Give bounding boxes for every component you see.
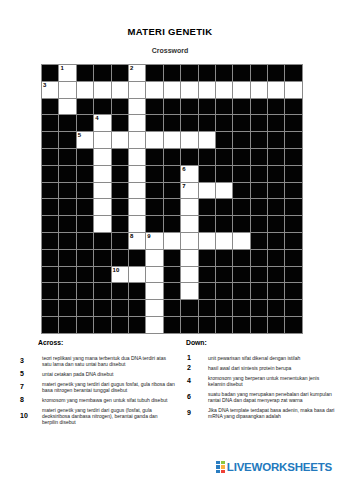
block-cell (216, 132, 232, 148)
block-cell (164, 115, 180, 131)
block-cell (285, 183, 301, 199)
letter-cell[interactable] (146, 267, 162, 283)
block-cell (268, 216, 284, 232)
block-cell (164, 65, 180, 81)
block-cell (251, 233, 267, 249)
block-cell (42, 267, 58, 283)
letter-cell[interactable] (199, 183, 215, 199)
block-cell (129, 317, 145, 333)
letter-cell[interactable] (146, 317, 162, 333)
block-cell (216, 267, 232, 283)
down-clue-6: 6suatu badan yang merupakan penebalan da… (183, 391, 335, 403)
block-cell (268, 65, 284, 81)
letter-cell[interactable] (129, 216, 145, 232)
block-cell (129, 283, 145, 299)
across-clue-10: 10materi genetik yang terdiri dari gugus… (18, 407, 175, 425)
block-cell (268, 115, 284, 131)
clue-list-number: 7 (18, 384, 42, 390)
letter-cell[interactable] (216, 82, 232, 98)
block-cell (181, 300, 197, 316)
block-cell (199, 166, 215, 182)
letter-cell[interactable] (216, 233, 232, 249)
block-cell (285, 115, 301, 131)
block-cell (164, 317, 180, 333)
block-cell (112, 250, 128, 266)
block-cell (42, 199, 58, 215)
block-cell (77, 250, 93, 266)
letter-cell[interactable] (129, 199, 145, 215)
block-cell (285, 65, 301, 81)
block-cell (129, 300, 145, 316)
block-cell (146, 199, 162, 215)
block-cell (164, 216, 180, 232)
page-title: MATERI GENETIK (0, 26, 340, 37)
letter-cell[interactable] (129, 183, 145, 199)
block-cell (146, 183, 162, 199)
letter-cell[interactable] (199, 233, 215, 249)
block-cell (42, 166, 58, 182)
down-clue-4: 4kromosom yang berperan untuk menentukan… (183, 375, 335, 387)
clue-number: 9 (147, 233, 150, 240)
clue-number: 3 (43, 82, 46, 89)
block-cell (42, 317, 58, 333)
block-cell (216, 283, 232, 299)
letter-cell[interactable] (94, 166, 110, 182)
block-cell (112, 183, 128, 199)
letter-cell[interactable]: 7 (181, 183, 197, 199)
block-cell (216, 199, 232, 215)
block-cell (233, 115, 249, 131)
block-cell (233, 132, 249, 148)
block-cell (285, 149, 301, 165)
block-cell (59, 300, 75, 316)
block-cell (268, 132, 284, 148)
clue-list-number: 10 (18, 413, 42, 419)
letter-cell[interactable] (216, 183, 232, 199)
block-cell (251, 199, 267, 215)
block-cell (59, 233, 75, 249)
letter-cell[interactable] (129, 267, 145, 283)
block-cell (77, 233, 93, 249)
letter-cell[interactable]: 2 (129, 65, 145, 81)
letter-cell[interactable] (146, 300, 162, 316)
block-cell (233, 166, 249, 182)
letter-cell[interactable] (112, 82, 128, 98)
block-cell (181, 99, 197, 115)
block-cell (251, 216, 267, 232)
block-cell (268, 267, 284, 283)
block-cell (42, 132, 58, 148)
block-cell (94, 250, 110, 266)
block-cell (251, 99, 267, 115)
block-cell (199, 317, 215, 333)
letter-cell[interactable] (112, 132, 128, 148)
letter-cell[interactable] (94, 183, 110, 199)
block-cell (77, 317, 93, 333)
crossword-grid: 12345678910 (41, 64, 303, 334)
block-cell (112, 115, 128, 131)
block-cell (59, 317, 75, 333)
block-cell (199, 115, 215, 131)
letter-cell[interactable]: 6 (181, 166, 197, 182)
letter-cell[interactable] (94, 132, 110, 148)
letter-cell[interactable] (199, 132, 215, 148)
letter-cell[interactable] (181, 82, 197, 98)
clue-list-number: 3 (18, 358, 42, 364)
block-cell (216, 99, 232, 115)
block-cell (164, 99, 180, 115)
block-cell (77, 283, 93, 299)
block-cell (164, 283, 180, 299)
block-cell (199, 99, 215, 115)
block-cell (59, 132, 75, 148)
block-cell (199, 216, 215, 232)
block-cell (233, 300, 249, 316)
letter-cell[interactable] (77, 82, 93, 98)
clue-list-number: 1 (183, 355, 208, 361)
block-cell (268, 99, 284, 115)
across-header: Across: (38, 340, 175, 346)
block-cell (112, 300, 128, 316)
block-cell (146, 115, 162, 131)
block-cell (59, 216, 75, 232)
block-cell (112, 233, 128, 249)
letter-cell[interactable] (94, 199, 110, 215)
block-cell (216, 149, 232, 165)
block-cell (233, 250, 249, 266)
block-cell (268, 166, 284, 182)
block-cell (268, 283, 284, 299)
block-cell (59, 183, 75, 199)
across-clue-7: 7materi genetik yang terdiri dari gugus … (18, 381, 175, 393)
block-cell (251, 115, 267, 131)
clue-list-number: 9 (183, 410, 208, 416)
clue-text: materi genetik yang terdiri dari gugus f… (42, 381, 175, 393)
logo-tile (216, 465, 220, 469)
block-cell (77, 300, 93, 316)
block-cell (129, 250, 145, 266)
block-cell (94, 65, 110, 81)
block-cell (112, 317, 128, 333)
letter-cell[interactable] (164, 233, 180, 249)
across-clue-3: 3teori replikasi yang mana terbentuk dua… (18, 355, 175, 367)
block-cell (268, 300, 284, 316)
block-cell (233, 216, 249, 232)
letter-cell[interactable] (251, 82, 267, 98)
block-cell (59, 166, 75, 182)
letter-cell[interactable] (129, 132, 145, 148)
clue-number: 6 (182, 166, 185, 173)
block-cell (42, 250, 58, 266)
liveworksheets-logo-text: LIVEWORKSHEETS (227, 461, 332, 473)
letter-cell[interactable] (268, 82, 284, 98)
block-cell (77, 115, 93, 131)
block-cell (77, 216, 93, 232)
block-cell (112, 216, 128, 232)
liveworksheets-icon (216, 461, 225, 474)
block-cell (181, 317, 197, 333)
block-cell (216, 250, 232, 266)
clue-list-number: 8 (18, 397, 42, 403)
block-cell (146, 65, 162, 81)
clue-text: hasil awal dari sintesis protein berupa (208, 365, 335, 371)
letter-cell[interactable] (94, 149, 110, 165)
block-cell (285, 250, 301, 266)
block-cell (59, 199, 75, 215)
letter-cell[interactable]: 10 (112, 267, 128, 283)
letter-cell[interactable] (181, 267, 197, 283)
block-cell (285, 166, 301, 182)
logo-tile (221, 461, 225, 465)
letter-cell[interactable]: 1 (59, 65, 75, 81)
down-clue-1: 1unit pewarisan sifat dikenal dengan ist… (183, 355, 335, 361)
down-header: Down: (186, 340, 335, 346)
clue-number: 10 (113, 267, 120, 274)
block-cell (77, 65, 93, 81)
letter-cell[interactable]: 9 (146, 233, 162, 249)
clue-number: 8 (130, 233, 133, 240)
block-cell (59, 250, 75, 266)
letter-cell[interactable] (233, 233, 249, 249)
letter-cell[interactable] (285, 82, 301, 98)
block-cell (216, 317, 232, 333)
down-clue-list: 1unit pewarisan sifat dikenal dengan ist… (183, 355, 335, 419)
clue-number: 7 (182, 183, 185, 190)
clue-text: suatu badan yang merupakan penebalan dar… (208, 391, 335, 403)
page-subtitle: Crossword (0, 47, 340, 54)
block-cell (233, 183, 249, 199)
block-cell (146, 99, 162, 115)
block-cell (285, 132, 301, 148)
block-cell (94, 99, 110, 115)
block-cell (42, 300, 58, 316)
clue-number: 5 (78, 132, 81, 139)
clue-text: Jika DNA template terdapat basa adenin, … (208, 407, 335, 419)
letter-cell[interactable] (181, 250, 197, 266)
letter-cell[interactable]: 3 (42, 82, 58, 98)
block-cell (94, 267, 110, 283)
down-clues-section: Down: 1unit pewarisan sifat dikenal deng… (183, 340, 335, 423)
letter-cell[interactable] (129, 82, 145, 98)
block-cell (94, 283, 110, 299)
down-clue-9: 9Jika DNA template terdapat basa adenin,… (183, 407, 335, 419)
letter-cell[interactable] (129, 166, 145, 182)
logo-tile (221, 465, 225, 469)
letter-cell[interactable] (146, 82, 162, 98)
block-cell (42, 233, 58, 249)
clue-text: untai cetakan pada DNA disebut (42, 371, 175, 377)
clue-text: kromosom yang berperan untuk menentukan … (208, 375, 335, 387)
block-cell (216, 300, 232, 316)
block-cell (42, 183, 58, 199)
clue-number: 2 (130, 65, 133, 72)
block-cell (42, 283, 58, 299)
clue-text: teori replikasi yang mana terbentuk dua … (42, 355, 175, 367)
letter-cell[interactable]: 5 (77, 132, 93, 148)
letter-cell[interactable] (129, 149, 145, 165)
block-cell (199, 267, 215, 283)
block-cell (251, 132, 267, 148)
block-cell (233, 317, 249, 333)
clue-list-number: 6 (183, 394, 208, 400)
letter-cell[interactable] (94, 216, 110, 232)
block-cell (268, 250, 284, 266)
block-cell (181, 65, 197, 81)
block-cell (233, 199, 249, 215)
across-clue-list: 3teori replikasi yang mana terbentuk dua… (18, 355, 175, 425)
block-cell (146, 166, 162, 182)
across-clue-5: 5untai cetakan pada DNA disebut (18, 371, 175, 377)
letter-cell[interactable]: 8 (129, 233, 145, 249)
logo-tile (216, 470, 220, 474)
clue-text: unit pewarisan sifat dikenal dengan isti… (208, 355, 335, 361)
block-cell (268, 183, 284, 199)
block-cell (59, 115, 75, 131)
block-cell (146, 216, 162, 232)
block-cell (233, 149, 249, 165)
block-cell (112, 166, 128, 182)
letter-cell[interactable] (233, 82, 249, 98)
letter-cell[interactable] (181, 233, 197, 249)
block-cell (199, 199, 215, 215)
letter-cell[interactable] (181, 199, 197, 215)
block-cell (251, 183, 267, 199)
block-cell (199, 149, 215, 165)
block-cell (268, 317, 284, 333)
letter-cell[interactable] (181, 216, 197, 232)
clue-list-number: 2 (183, 365, 208, 371)
block-cell (199, 300, 215, 316)
letter-cell[interactable]: 4 (94, 115, 110, 131)
block-cell (59, 283, 75, 299)
block-cell (216, 216, 232, 232)
letter-cell[interactable] (129, 115, 145, 131)
clue-text: kromosom yang membawa gen untuk sifat tu… (42, 397, 175, 403)
block-cell (233, 65, 249, 81)
block-cell (42, 99, 58, 115)
liveworksheets-logo[interactable]: LIVEWORKSHEETS (216, 461, 332, 474)
block-cell (216, 65, 232, 81)
block-cell (42, 65, 58, 81)
across-clues-section: Across: 3teori replikasi yang mana terbe… (18, 340, 175, 429)
block-cell (285, 283, 301, 299)
block-cell (233, 99, 249, 115)
block-cell (59, 267, 75, 283)
block-cell (112, 99, 128, 115)
block-cell (268, 199, 284, 215)
letter-cell[interactable] (146, 283, 162, 299)
block-cell (233, 267, 249, 283)
block-cell (285, 199, 301, 215)
logo-tile (221, 470, 225, 474)
letter-cell[interactable] (59, 82, 75, 98)
letter-cell[interactable] (181, 132, 197, 148)
block-cell (42, 149, 58, 165)
clue-number: 4 (95, 115, 98, 122)
block-cell (199, 283, 215, 299)
block-cell (94, 317, 110, 333)
block-cell (112, 199, 128, 215)
block-cell (251, 300, 267, 316)
clue-list-number: 5 (18, 371, 42, 377)
block-cell (251, 267, 267, 283)
block-cell (285, 317, 301, 333)
clue-number: 1 (60, 65, 63, 72)
block-cell (233, 283, 249, 299)
letter-cell[interactable] (164, 82, 180, 98)
block-cell (216, 166, 232, 182)
letter-cell[interactable] (94, 82, 110, 98)
block-cell (77, 166, 93, 182)
block-cell (181, 149, 197, 165)
across-clue-8: 8kromosom yang membawa gen untuk sifat t… (18, 397, 175, 403)
block-cell (77, 183, 93, 199)
block-cell (94, 300, 110, 316)
block-cell (77, 149, 93, 165)
block-cell (251, 250, 267, 266)
block-cell (77, 99, 93, 115)
letter-cell[interactable] (164, 132, 180, 148)
letter-cell[interactable] (146, 132, 162, 148)
block-cell (146, 149, 162, 165)
block-cell (251, 283, 267, 299)
block-cell (112, 65, 128, 81)
logo-tile (216, 461, 220, 465)
letter-cell[interactable] (181, 283, 197, 299)
block-cell (251, 149, 267, 165)
block-cell (285, 233, 301, 249)
letter-cell[interactable] (146, 250, 162, 266)
block-cell (216, 115, 232, 131)
block-cell (199, 65, 215, 81)
block-cell (164, 183, 180, 199)
block-cell (285, 300, 301, 316)
block-cell (112, 149, 128, 165)
block-cell (285, 216, 301, 232)
block-cell (164, 250, 180, 266)
block-cell (251, 65, 267, 81)
block-cell (164, 267, 180, 283)
block-cell (164, 166, 180, 182)
letter-cell[interactable] (129, 99, 145, 115)
down-clue-2: 2hasil awal dari sintesis protein berupa (183, 365, 335, 371)
clue-list-number: 4 (183, 378, 208, 384)
block-cell (59, 149, 75, 165)
block-cell (268, 149, 284, 165)
block-cell (285, 267, 301, 283)
block-cell (164, 199, 180, 215)
block-cell (42, 216, 58, 232)
block-cell (94, 233, 110, 249)
letter-cell[interactable] (59, 99, 75, 115)
block-cell (268, 233, 284, 249)
block-cell (285, 99, 301, 115)
block-cell (112, 283, 128, 299)
block-cell (164, 149, 180, 165)
block-cell (42, 115, 58, 131)
clue-text: materi genetik yang terdiri dari gugus (… (42, 407, 175, 425)
block-cell (251, 166, 267, 182)
block-cell (181, 115, 197, 131)
block-cell (251, 317, 267, 333)
letter-cell[interactable] (199, 82, 215, 98)
block-cell (199, 250, 215, 266)
block-cell (77, 267, 93, 283)
block-cell (77, 199, 93, 215)
block-cell (164, 300, 180, 316)
